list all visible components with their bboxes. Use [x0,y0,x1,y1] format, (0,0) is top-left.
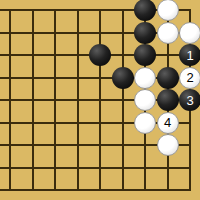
stone-black[interactable] [89,44,111,66]
stone-black[interactable] [112,67,134,89]
stone-black[interactable] [134,22,156,44]
stone-white[interactable] [157,0,179,21]
grid-line-vertical [99,9,101,191]
stone-black[interactable] [157,67,179,89]
stone-black[interactable] [134,44,156,66]
stone-black[interactable] [134,0,156,21]
move-number-label: 4 [164,116,171,129]
stone-white[interactable] [134,112,156,134]
stone-white[interactable] [179,22,200,44]
stone-white[interactable] [134,67,156,89]
stone-black[interactable] [157,89,179,111]
stone-white-move-4[interactable]: 4 [157,112,179,134]
grid-line-horizontal [0,167,191,169]
move-number-label: 1 [186,48,193,61]
move-number-label: 3 [186,93,193,106]
stone-white[interactable] [134,89,156,111]
stone-white[interactable] [157,22,179,44]
stone-black-move-1[interactable]: 1 [179,44,200,66]
grid-line-vertical [122,9,124,191]
grid-line-horizontal [0,189,191,191]
stone-white-move-2[interactable]: 2 [179,67,200,89]
move-number-label: 2 [186,71,193,84]
go-app-screen: 1234 [0,0,200,200]
stone-black-move-3[interactable]: 3 [179,89,200,111]
go-board[interactable]: 1234 [0,0,200,200]
stone-white[interactable] [157,134,179,156]
